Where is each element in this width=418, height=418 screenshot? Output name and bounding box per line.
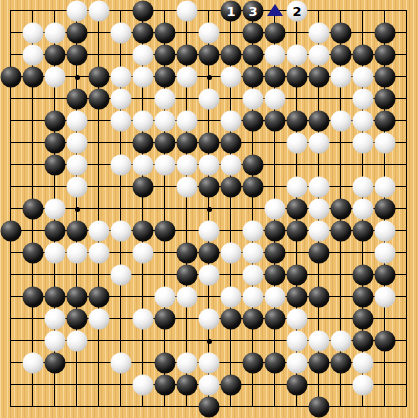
intersection-o3[interactable] bbox=[308, 352, 330, 374]
intersection-r12[interactable] bbox=[374, 154, 396, 176]
intersection-b2[interactable] bbox=[22, 374, 44, 396]
intersection-e19[interactable] bbox=[88, 0, 110, 22]
intersection-c6[interactable] bbox=[44, 286, 66, 308]
intersection-c3[interactable] bbox=[44, 352, 66, 374]
intersection-a17[interactable] bbox=[0, 44, 22, 66]
intersection-g15[interactable] bbox=[132, 88, 154, 110]
intersection-q16[interactable] bbox=[352, 66, 374, 88]
intersection-e12[interactable] bbox=[88, 154, 110, 176]
intersection-m6[interactable] bbox=[264, 286, 286, 308]
intersection-s19[interactable] bbox=[396, 0, 418, 22]
intersection-a12[interactable] bbox=[0, 154, 22, 176]
intersection-r17[interactable] bbox=[374, 44, 396, 66]
intersection-o10[interactable] bbox=[308, 198, 330, 220]
intersection-r18[interactable] bbox=[374, 22, 396, 44]
intersection-e5[interactable] bbox=[88, 308, 110, 330]
intersection-m13[interactable] bbox=[264, 132, 286, 154]
intersection-d11[interactable] bbox=[66, 176, 88, 198]
intersection-c18[interactable] bbox=[44, 22, 66, 44]
intersection-m11[interactable] bbox=[264, 176, 286, 198]
intersection-h3[interactable] bbox=[154, 352, 176, 374]
intersection-r4[interactable] bbox=[374, 330, 396, 352]
intersection-j15[interactable] bbox=[198, 88, 220, 110]
intersection-k18[interactable] bbox=[220, 22, 242, 44]
intersection-k3[interactable] bbox=[220, 352, 242, 374]
intersection-j14[interactable] bbox=[198, 110, 220, 132]
intersection-n16[interactable] bbox=[286, 66, 308, 88]
intersection-i16[interactable] bbox=[176, 66, 198, 88]
intersection-m7[interactable] bbox=[264, 264, 286, 286]
intersection-j16[interactable] bbox=[198, 66, 220, 88]
intersection-s13[interactable] bbox=[396, 132, 418, 154]
intersection-l5[interactable] bbox=[242, 308, 264, 330]
intersection-j7[interactable] bbox=[198, 264, 220, 286]
intersection-n17[interactable] bbox=[286, 44, 308, 66]
intersection-p10[interactable] bbox=[330, 198, 352, 220]
intersection-j1[interactable] bbox=[198, 396, 220, 418]
intersection-r14[interactable] bbox=[374, 110, 396, 132]
intersection-i4[interactable] bbox=[176, 330, 198, 352]
intersection-a5[interactable] bbox=[0, 308, 22, 330]
intersection-b10[interactable] bbox=[22, 198, 44, 220]
intersection-r5[interactable] bbox=[374, 308, 396, 330]
intersection-j19[interactable] bbox=[198, 0, 220, 22]
intersection-r13[interactable] bbox=[374, 132, 396, 154]
intersection-b9[interactable] bbox=[22, 220, 44, 242]
intersection-r16[interactable] bbox=[374, 66, 396, 88]
intersection-a13[interactable] bbox=[0, 132, 22, 154]
intersection-g10[interactable] bbox=[132, 198, 154, 220]
intersection-r19[interactable] bbox=[374, 0, 396, 22]
intersection-d12[interactable] bbox=[66, 154, 88, 176]
intersection-l15[interactable] bbox=[242, 88, 264, 110]
intersection-a1[interactable] bbox=[0, 396, 22, 418]
intersection-q12[interactable] bbox=[352, 154, 374, 176]
intersection-r2[interactable] bbox=[374, 374, 396, 396]
intersection-h4[interactable] bbox=[154, 330, 176, 352]
intersection-o19[interactable] bbox=[308, 0, 330, 22]
intersection-a19[interactable] bbox=[0, 0, 22, 22]
intersection-e1[interactable] bbox=[88, 396, 110, 418]
intersection-n1[interactable] bbox=[286, 396, 308, 418]
intersection-d19[interactable] bbox=[66, 0, 88, 22]
intersection-c11[interactable] bbox=[44, 176, 66, 198]
intersection-q15[interactable] bbox=[352, 88, 374, 110]
intersection-f12[interactable] bbox=[110, 154, 132, 176]
intersection-k7[interactable] bbox=[220, 264, 242, 286]
intersection-f3[interactable] bbox=[110, 352, 132, 374]
intersection-o17[interactable] bbox=[308, 44, 330, 66]
intersection-a10[interactable] bbox=[0, 198, 22, 220]
intersection-g2[interactable] bbox=[132, 374, 154, 396]
intersection-b16[interactable] bbox=[22, 66, 44, 88]
intersection-a18[interactable] bbox=[0, 22, 22, 44]
intersection-l6[interactable] bbox=[242, 286, 264, 308]
intersection-b15[interactable] bbox=[22, 88, 44, 110]
intersection-s6[interactable] bbox=[396, 286, 418, 308]
intersection-b12[interactable] bbox=[22, 154, 44, 176]
intersection-k6[interactable] bbox=[220, 286, 242, 308]
intersection-c15[interactable] bbox=[44, 88, 66, 110]
intersection-h2[interactable] bbox=[154, 374, 176, 396]
intersection-m5[interactable] bbox=[264, 308, 286, 330]
intersection-b3[interactable] bbox=[22, 352, 44, 374]
intersection-d2[interactable] bbox=[66, 374, 88, 396]
intersection-n7[interactable] bbox=[286, 264, 308, 286]
intersection-d15[interactable] bbox=[66, 88, 88, 110]
intersection-k19[interactable]: 1 bbox=[220, 0, 242, 22]
intersection-b18[interactable] bbox=[22, 22, 44, 44]
intersection-l2[interactable] bbox=[242, 374, 264, 396]
intersection-a7[interactable] bbox=[0, 264, 22, 286]
intersection-o16[interactable] bbox=[308, 66, 330, 88]
intersection-g17[interactable] bbox=[132, 44, 154, 66]
intersection-i2[interactable] bbox=[176, 374, 198, 396]
intersection-s10[interactable] bbox=[396, 198, 418, 220]
intersection-j10[interactable] bbox=[198, 198, 220, 220]
intersection-d17[interactable] bbox=[66, 44, 88, 66]
intersection-q1[interactable] bbox=[352, 396, 374, 418]
intersection-h11[interactable] bbox=[154, 176, 176, 198]
intersection-p5[interactable] bbox=[330, 308, 352, 330]
intersection-f18[interactable] bbox=[110, 22, 132, 44]
intersection-l16[interactable] bbox=[242, 66, 264, 88]
intersection-c9[interactable] bbox=[44, 220, 66, 242]
intersection-m18[interactable] bbox=[264, 22, 286, 44]
intersection-h15[interactable] bbox=[154, 88, 176, 110]
intersection-o7[interactable] bbox=[308, 264, 330, 286]
intersection-i15[interactable] bbox=[176, 88, 198, 110]
intersection-p2[interactable] bbox=[330, 374, 352, 396]
intersection-g12[interactable] bbox=[132, 154, 154, 176]
intersection-m19[interactable] bbox=[264, 0, 286, 22]
intersection-b8[interactable] bbox=[22, 242, 44, 264]
intersection-n8[interactable] bbox=[286, 242, 308, 264]
intersection-l13[interactable] bbox=[242, 132, 264, 154]
intersection-f13[interactable] bbox=[110, 132, 132, 154]
intersection-l11[interactable] bbox=[242, 176, 264, 198]
intersection-o1[interactable] bbox=[308, 396, 330, 418]
intersection-s1[interactable] bbox=[396, 396, 418, 418]
intersection-i19[interactable] bbox=[176, 0, 198, 22]
intersection-r7[interactable] bbox=[374, 264, 396, 286]
intersection-m15[interactable] bbox=[264, 88, 286, 110]
intersection-f6[interactable] bbox=[110, 286, 132, 308]
intersection-l19[interactable]: 3 bbox=[242, 0, 264, 22]
intersection-q5[interactable] bbox=[352, 308, 374, 330]
intersection-j3[interactable] bbox=[198, 352, 220, 374]
intersection-b19[interactable] bbox=[22, 0, 44, 22]
intersection-h5[interactable] bbox=[154, 308, 176, 330]
intersection-a4[interactable] bbox=[0, 330, 22, 352]
intersection-n10[interactable] bbox=[286, 198, 308, 220]
intersection-e13[interactable] bbox=[88, 132, 110, 154]
intersection-j2[interactable] bbox=[198, 374, 220, 396]
intersection-k1[interactable] bbox=[220, 396, 242, 418]
intersection-q10[interactable] bbox=[352, 198, 374, 220]
intersection-c19[interactable] bbox=[44, 0, 66, 22]
intersection-n11[interactable] bbox=[286, 176, 308, 198]
intersection-l18[interactable] bbox=[242, 22, 264, 44]
intersection-q17[interactable] bbox=[352, 44, 374, 66]
intersection-n18[interactable] bbox=[286, 22, 308, 44]
intersection-a14[interactable] bbox=[0, 110, 22, 132]
intersection-g7[interactable] bbox=[132, 264, 154, 286]
intersection-q18[interactable] bbox=[352, 22, 374, 44]
intersection-a6[interactable] bbox=[0, 286, 22, 308]
intersection-a8[interactable] bbox=[0, 242, 22, 264]
intersection-k5[interactable] bbox=[220, 308, 242, 330]
intersection-f2[interactable] bbox=[110, 374, 132, 396]
intersection-a3[interactable] bbox=[0, 352, 22, 374]
intersection-g14[interactable] bbox=[132, 110, 154, 132]
intersection-o2[interactable] bbox=[308, 374, 330, 396]
intersection-i5[interactable] bbox=[176, 308, 198, 330]
intersection-n5[interactable] bbox=[286, 308, 308, 330]
intersection-q19[interactable] bbox=[352, 0, 374, 22]
intersection-l7[interactable] bbox=[242, 264, 264, 286]
intersection-h9[interactable] bbox=[154, 220, 176, 242]
intersection-m4[interactable] bbox=[264, 330, 286, 352]
intersection-m1[interactable] bbox=[264, 396, 286, 418]
intersection-p4[interactable] bbox=[330, 330, 352, 352]
intersection-d7[interactable] bbox=[66, 264, 88, 286]
intersection-n12[interactable] bbox=[286, 154, 308, 176]
intersection-a16[interactable] bbox=[0, 66, 22, 88]
intersection-n19[interactable]: 2 bbox=[286, 0, 308, 22]
intersection-o15[interactable] bbox=[308, 88, 330, 110]
intersection-d8[interactable] bbox=[66, 242, 88, 264]
intersection-g6[interactable] bbox=[132, 286, 154, 308]
go-board[interactable]: 132 bbox=[0, 0, 418, 418]
intersection-c1[interactable] bbox=[44, 396, 66, 418]
intersection-d9[interactable] bbox=[66, 220, 88, 242]
intersection-d6[interactable] bbox=[66, 286, 88, 308]
intersection-n6[interactable] bbox=[286, 286, 308, 308]
intersection-k8[interactable] bbox=[220, 242, 242, 264]
intersection-j11[interactable] bbox=[198, 176, 220, 198]
intersection-q3[interactable] bbox=[352, 352, 374, 374]
intersection-h14[interactable] bbox=[154, 110, 176, 132]
intersection-b7[interactable] bbox=[22, 264, 44, 286]
intersection-l10[interactable] bbox=[242, 198, 264, 220]
intersection-i17[interactable] bbox=[176, 44, 198, 66]
intersection-b4[interactable] bbox=[22, 330, 44, 352]
intersection-q9[interactable] bbox=[352, 220, 374, 242]
intersection-n13[interactable] bbox=[286, 132, 308, 154]
intersection-d5[interactable] bbox=[66, 308, 88, 330]
intersection-o14[interactable] bbox=[308, 110, 330, 132]
intersection-k11[interactable] bbox=[220, 176, 242, 198]
intersection-e2[interactable] bbox=[88, 374, 110, 396]
intersection-q2[interactable] bbox=[352, 374, 374, 396]
intersection-h7[interactable] bbox=[154, 264, 176, 286]
intersection-g4[interactable] bbox=[132, 330, 154, 352]
intersection-c2[interactable] bbox=[44, 374, 66, 396]
intersection-g18[interactable] bbox=[132, 22, 154, 44]
intersection-e16[interactable] bbox=[88, 66, 110, 88]
intersection-e17[interactable] bbox=[88, 44, 110, 66]
intersection-h1[interactable] bbox=[154, 396, 176, 418]
intersection-j17[interactable] bbox=[198, 44, 220, 66]
intersection-s15[interactable] bbox=[396, 88, 418, 110]
intersection-m2[interactable] bbox=[264, 374, 286, 396]
intersection-l12[interactable] bbox=[242, 154, 264, 176]
intersection-r3[interactable] bbox=[374, 352, 396, 374]
intersection-g8[interactable] bbox=[132, 242, 154, 264]
intersection-i3[interactable] bbox=[176, 352, 198, 374]
intersection-b13[interactable] bbox=[22, 132, 44, 154]
intersection-d4[interactable] bbox=[66, 330, 88, 352]
intersection-q11[interactable] bbox=[352, 176, 374, 198]
intersection-j18[interactable] bbox=[198, 22, 220, 44]
intersection-p17[interactable] bbox=[330, 44, 352, 66]
intersection-s4[interactable] bbox=[396, 330, 418, 352]
intersection-m10[interactable] bbox=[264, 198, 286, 220]
intersection-f8[interactable] bbox=[110, 242, 132, 264]
intersection-l14[interactable] bbox=[242, 110, 264, 132]
intersection-o12[interactable] bbox=[308, 154, 330, 176]
intersection-b6[interactable] bbox=[22, 286, 44, 308]
intersection-f4[interactable] bbox=[110, 330, 132, 352]
intersection-s12[interactable] bbox=[396, 154, 418, 176]
intersection-k13[interactable] bbox=[220, 132, 242, 154]
intersection-a2[interactable] bbox=[0, 374, 22, 396]
intersection-f11[interactable] bbox=[110, 176, 132, 198]
intersection-q7[interactable] bbox=[352, 264, 374, 286]
intersection-r8[interactable] bbox=[374, 242, 396, 264]
intersection-f7[interactable] bbox=[110, 264, 132, 286]
intersection-p6[interactable] bbox=[330, 286, 352, 308]
intersection-j8[interactable] bbox=[198, 242, 220, 264]
intersection-c4[interactable] bbox=[44, 330, 66, 352]
intersection-c17[interactable] bbox=[44, 44, 66, 66]
intersection-i1[interactable] bbox=[176, 396, 198, 418]
intersection-p1[interactable] bbox=[330, 396, 352, 418]
intersection-g19[interactable] bbox=[132, 0, 154, 22]
intersection-i18[interactable] bbox=[176, 22, 198, 44]
intersection-d18[interactable] bbox=[66, 22, 88, 44]
intersection-l9[interactable] bbox=[242, 220, 264, 242]
intersection-b5[interactable] bbox=[22, 308, 44, 330]
intersection-i9[interactable] bbox=[176, 220, 198, 242]
intersection-e4[interactable] bbox=[88, 330, 110, 352]
intersection-o13[interactable] bbox=[308, 132, 330, 154]
intersection-r15[interactable] bbox=[374, 88, 396, 110]
intersection-e18[interactable] bbox=[88, 22, 110, 44]
intersection-o8[interactable] bbox=[308, 242, 330, 264]
intersection-k15[interactable] bbox=[220, 88, 242, 110]
intersection-k10[interactable] bbox=[220, 198, 242, 220]
intersection-p15[interactable] bbox=[330, 88, 352, 110]
intersection-s9[interactable] bbox=[396, 220, 418, 242]
intersection-f5[interactable] bbox=[110, 308, 132, 330]
intersection-e15[interactable] bbox=[88, 88, 110, 110]
intersection-o11[interactable] bbox=[308, 176, 330, 198]
intersection-s5[interactable] bbox=[396, 308, 418, 330]
intersection-e9[interactable] bbox=[88, 220, 110, 242]
intersection-r1[interactable] bbox=[374, 396, 396, 418]
intersection-m3[interactable] bbox=[264, 352, 286, 374]
intersection-q4[interactable] bbox=[352, 330, 374, 352]
intersection-s18[interactable] bbox=[396, 22, 418, 44]
intersection-b14[interactable] bbox=[22, 110, 44, 132]
intersection-m16[interactable] bbox=[264, 66, 286, 88]
intersection-e14[interactable] bbox=[88, 110, 110, 132]
intersection-i7[interactable] bbox=[176, 264, 198, 286]
intersection-c7[interactable] bbox=[44, 264, 66, 286]
intersection-s3[interactable] bbox=[396, 352, 418, 374]
intersection-c13[interactable] bbox=[44, 132, 66, 154]
intersection-p14[interactable] bbox=[330, 110, 352, 132]
intersection-f17[interactable] bbox=[110, 44, 132, 66]
intersection-c8[interactable] bbox=[44, 242, 66, 264]
intersection-k14[interactable] bbox=[220, 110, 242, 132]
intersection-k4[interactable] bbox=[220, 330, 242, 352]
intersection-s14[interactable] bbox=[396, 110, 418, 132]
intersection-n9[interactable] bbox=[286, 220, 308, 242]
intersection-m9[interactable] bbox=[264, 220, 286, 242]
intersection-i10[interactable] bbox=[176, 198, 198, 220]
intersection-l4[interactable] bbox=[242, 330, 264, 352]
intersection-e3[interactable] bbox=[88, 352, 110, 374]
intersection-d14[interactable] bbox=[66, 110, 88, 132]
intersection-g9[interactable] bbox=[132, 220, 154, 242]
intersection-q13[interactable] bbox=[352, 132, 374, 154]
intersection-o4[interactable] bbox=[308, 330, 330, 352]
intersection-o6[interactable] bbox=[308, 286, 330, 308]
intersection-i6[interactable] bbox=[176, 286, 198, 308]
intersection-g3[interactable] bbox=[132, 352, 154, 374]
intersection-l1[interactable] bbox=[242, 396, 264, 418]
intersection-j12[interactable] bbox=[198, 154, 220, 176]
intersection-h18[interactable] bbox=[154, 22, 176, 44]
intersection-p3[interactable] bbox=[330, 352, 352, 374]
intersection-s16[interactable] bbox=[396, 66, 418, 88]
intersection-f19[interactable] bbox=[110, 0, 132, 22]
intersection-g5[interactable] bbox=[132, 308, 154, 330]
intersection-p8[interactable] bbox=[330, 242, 352, 264]
intersection-i14[interactable] bbox=[176, 110, 198, 132]
intersection-f14[interactable] bbox=[110, 110, 132, 132]
intersection-p9[interactable] bbox=[330, 220, 352, 242]
intersection-b11[interactable] bbox=[22, 176, 44, 198]
intersection-d1[interactable] bbox=[66, 396, 88, 418]
intersection-o5[interactable] bbox=[308, 308, 330, 330]
intersection-c14[interactable] bbox=[44, 110, 66, 132]
intersection-l8[interactable] bbox=[242, 242, 264, 264]
intersection-g13[interactable] bbox=[132, 132, 154, 154]
intersection-d3[interactable] bbox=[66, 352, 88, 374]
intersection-i11[interactable] bbox=[176, 176, 198, 198]
intersection-q14[interactable] bbox=[352, 110, 374, 132]
intersection-l3[interactable] bbox=[242, 352, 264, 374]
intersection-q6[interactable] bbox=[352, 286, 374, 308]
intersection-e7[interactable] bbox=[88, 264, 110, 286]
intersection-p7[interactable] bbox=[330, 264, 352, 286]
intersection-k17[interactable] bbox=[220, 44, 242, 66]
intersection-e11[interactable] bbox=[88, 176, 110, 198]
intersection-d13[interactable] bbox=[66, 132, 88, 154]
intersection-r9[interactable] bbox=[374, 220, 396, 242]
intersection-f10[interactable] bbox=[110, 198, 132, 220]
intersection-p11[interactable] bbox=[330, 176, 352, 198]
intersection-n3[interactable] bbox=[286, 352, 308, 374]
intersection-g1[interactable] bbox=[132, 396, 154, 418]
intersection-h6[interactable] bbox=[154, 286, 176, 308]
intersection-b17[interactable] bbox=[22, 44, 44, 66]
intersection-g11[interactable] bbox=[132, 176, 154, 198]
